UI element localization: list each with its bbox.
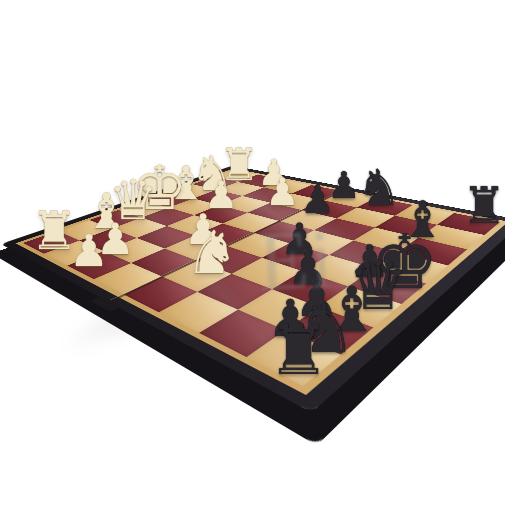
piece-white-pawn-b3[interactable]: ♟ <box>265 173 299 211</box>
piece-black-knight-a5[interactable]: ♞ <box>356 163 401 213</box>
piece-black-rook-a8[interactable]: ♜ <box>461 181 505 231</box>
photo-background: ♜♞♝♚♛♝♜♟♟♟♟♟♟♞♜♚♛♝♞♜♝♟♟♟♟♟♞♟♟ Ei <box>0 0 505 505</box>
piece-white-pawn-h2[interactable]: ♟ <box>69 229 108 273</box>
piece-white-knight-f4[interactable]: ♞ <box>185 223 238 282</box>
piece-black-rook-h8[interactable]: ♜ <box>268 316 330 385</box>
